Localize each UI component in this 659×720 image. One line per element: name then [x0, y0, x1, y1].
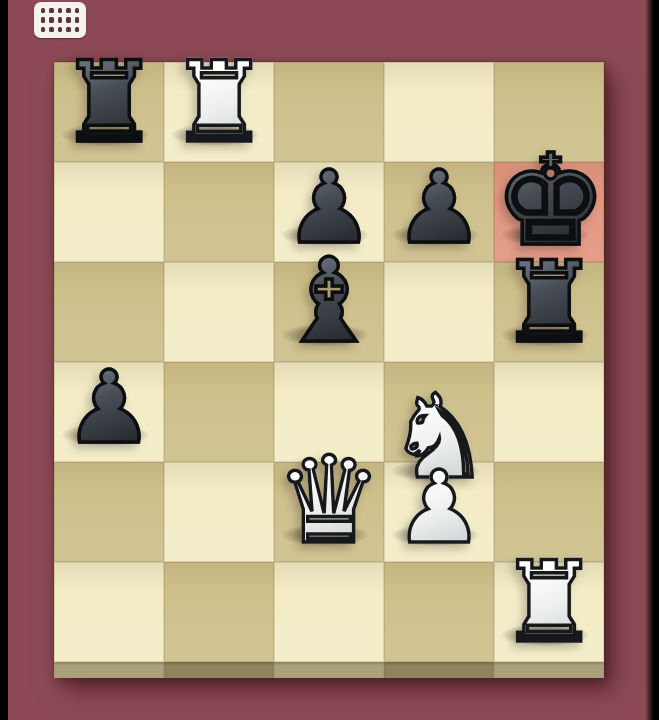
- piece-white-rook-e1[interactable]: ♜: [494, 562, 604, 662]
- black-rook-glyph: ♜: [54, 46, 164, 158]
- white-rook-glyph: ♜: [494, 546, 604, 658]
- right-letterbox-bar: [645, 0, 659, 720]
- black-bishop-glyph: ♝: [274, 243, 384, 359]
- square-a5[interactable]: [54, 162, 164, 262]
- board-edge-segment: [384, 662, 494, 678]
- square-b3[interactable]: [164, 362, 274, 462]
- black-pawn-glyph: ♟: [384, 158, 494, 258]
- square-c1[interactable]: [274, 562, 384, 662]
- square-a4[interactable]: [54, 262, 164, 362]
- piece-black-rook-a6[interactable]: ♜: [54, 62, 164, 162]
- black-rook-glyph: ♜: [494, 246, 604, 358]
- board-edge-segment: [164, 662, 274, 678]
- square-c6[interactable]: [274, 62, 384, 162]
- square-b4[interactable]: [164, 262, 274, 362]
- chess-board: ♜♜♟♟♚♝♜♟♞♛♟♜: [54, 62, 604, 678]
- piece-white-pawn-d2[interactable]: ♟: [384, 462, 494, 562]
- square-d1[interactable]: [384, 562, 494, 662]
- piece-black-pawn-a3[interactable]: ♟: [54, 362, 164, 462]
- piece-black-rook-e4[interactable]: ♜: [494, 262, 604, 362]
- white-queen-glyph: ♛: [274, 441, 384, 561]
- square-d6[interactable]: [384, 62, 494, 162]
- square-e3[interactable]: [494, 362, 604, 462]
- square-b2[interactable]: [164, 462, 274, 562]
- menu-grid-button[interactable]: [34, 2, 86, 38]
- square-d4[interactable]: [384, 262, 494, 362]
- piece-white-queen-c2[interactable]: ♛: [274, 462, 384, 562]
- board-edge-segment: [274, 662, 384, 678]
- white-rook-glyph: ♜: [164, 46, 274, 158]
- square-b1[interactable]: [164, 562, 274, 662]
- square-a1[interactable]: [54, 562, 164, 662]
- square-b5[interactable]: [164, 162, 274, 262]
- piece-white-rook-b6[interactable]: ♜: [164, 62, 274, 162]
- square-a2[interactable]: [54, 462, 164, 562]
- piece-black-bishop-c4[interactable]: ♝: [274, 262, 384, 362]
- white-pawn-glyph: ♟: [384, 458, 494, 558]
- black-pawn-glyph: ♟: [54, 358, 164, 458]
- piece-black-pawn-d5[interactable]: ♟: [384, 162, 494, 262]
- app-background: ♜♜♟♟♚♝♜♟♞♛♟♜: [8, 0, 659, 720]
- board-edge-segment: [54, 662, 164, 678]
